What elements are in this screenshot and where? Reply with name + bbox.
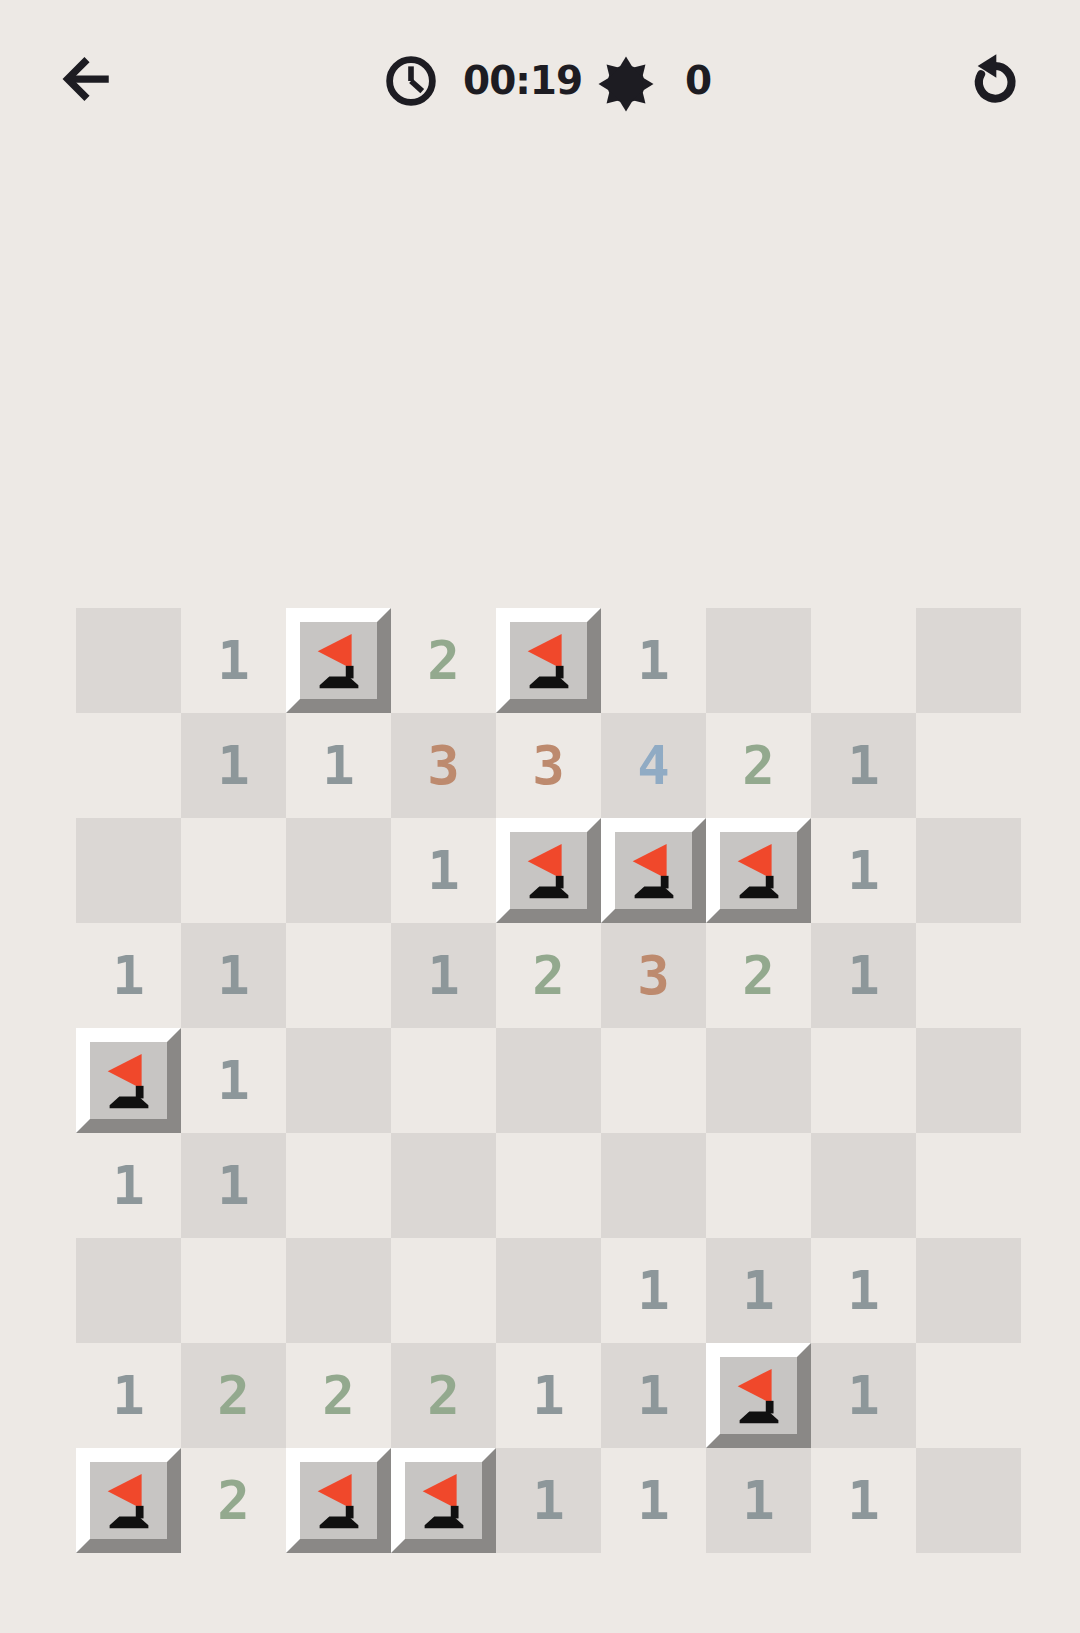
mine-count-number: 3 [532,713,565,818]
cell-r7c2-unrevealed[interactable] [181,1238,286,1343]
cell-r8c8-revealed-1[interactable]: 1 [811,1343,916,1448]
cell-r2c3-revealed-1[interactable]: 1 [286,713,391,818]
cell-r9c7-revealed-1[interactable]: 1 [706,1448,811,1553]
board: 1 2 111334211 11112321 [76,608,1021,1553]
mine-count-number: 1 [742,1238,775,1343]
mine-count-number: 1 [847,818,880,923]
cell-r8c1-revealed-1[interactable]: 1 [76,1343,181,1448]
cell-r4c2-revealed-1[interactable]: 1 [181,923,286,1028]
mine-count-number: 1 [532,1343,565,1448]
cell-r5c8-unrevealed[interactable] [811,1028,916,1133]
timer-clock-icon [384,54,438,108]
flag-icon [518,630,580,692]
cell-r9c3-flagged[interactable] [286,1448,391,1553]
cell-r1c3-flagged[interactable] [286,608,391,713]
mine-count-number: 2 [427,608,460,713]
cell-r4c5-revealed-2[interactable]: 2 [496,923,601,1028]
cell-r3c6-flagged[interactable] [601,818,706,923]
cell-r4c1-revealed-1[interactable]: 1 [76,923,181,1028]
cell-r4c7-revealed-2[interactable]: 2 [706,923,811,1028]
cell-r1c7-unrevealed[interactable] [706,608,811,713]
cell-r4c6-revealed-3[interactable]: 3 [601,923,706,1028]
cell-r1c6-revealed-1[interactable]: 1 [601,608,706,713]
mine-count-number: 1 [847,923,880,1028]
cell-r8c6-revealed-1[interactable]: 1 [601,1343,706,1448]
cell-r2c5-revealed-3[interactable]: 3 [496,713,601,818]
mine-count-number: 1 [217,713,250,818]
cell-r3c5-flagged[interactable] [496,818,601,923]
mine-count-number: 1 [217,1028,250,1133]
cell-r5c4-unrevealed[interactable] [391,1028,496,1133]
cell-r3c2-unrevealed[interactable] [181,818,286,923]
cell-r5c6-unrevealed[interactable] [601,1028,706,1133]
cell-r5c5-unrevealed[interactable] [496,1028,601,1133]
mine-count-number: 1 [637,608,670,713]
cell-r7c6-revealed-1[interactable]: 1 [601,1238,706,1343]
back-arrow-icon [58,50,116,108]
cell-r7c3-unrevealed[interactable] [286,1238,391,1343]
flag-icon [308,1470,370,1532]
cell-r7c4-unrevealed[interactable] [391,1238,496,1343]
mine-count-number: 1 [637,1238,670,1343]
mine-count-number: 1 [322,713,355,818]
mine-count-number: 2 [217,1448,250,1553]
flag-icon [728,840,790,902]
cell-r8c4-revealed-2[interactable]: 2 [391,1343,496,1448]
cell-r3c9-unrevealed[interactable] [916,818,1021,923]
flag-icon [98,1050,160,1112]
mine-count-number: 2 [532,923,565,1028]
cell-r8c3-revealed-2[interactable]: 2 [286,1343,391,1448]
cell-r8c2-revealed-2[interactable]: 2 [181,1343,286,1448]
cell-r6c9-unrevealed[interactable] [916,1133,1021,1238]
back-button[interactable] [58,50,116,108]
cell-r2c2-revealed-1[interactable]: 1 [181,713,286,818]
mine-count-number: 2 [427,1343,460,1448]
cell-r2c4-revealed-3[interactable]: 3 [391,713,496,818]
mine-count-number: 3 [637,923,670,1028]
cell-r5c3-unrevealed[interactable] [286,1028,391,1133]
cell-r3c7-flagged[interactable] [706,818,811,923]
cell-r7c7-revealed-1[interactable]: 1 [706,1238,811,1343]
restart-icon [966,48,1022,112]
cell-r9c5-revealed-1[interactable]: 1 [496,1448,601,1553]
cell-r8c9-unrevealed[interactable] [916,1343,1021,1448]
cell-r2c7-revealed-2[interactable]: 2 [706,713,811,818]
mine-count-number: 1 [217,1133,250,1238]
cell-r3c1-unrevealed[interactable] [76,818,181,923]
cell-r9c1-flagged[interactable] [76,1448,181,1553]
cell-r2c6-revealed-4[interactable]: 4 [601,713,706,818]
cell-r5c1-flagged[interactable] [76,1028,181,1133]
restart-button[interactable] [966,48,1022,112]
mine-count-number: 1 [637,1448,670,1553]
mine-count-number: 1 [847,1343,880,1448]
cell-r6c5-unrevealed[interactable] [496,1133,601,1238]
cell-r6c3-unrevealed[interactable] [286,1133,391,1238]
cell-r3c8-revealed-1[interactable]: 1 [811,818,916,923]
cell-r1c2-revealed-1[interactable]: 1 [181,608,286,713]
mine-count-number: 1 [847,1448,880,1553]
cell-r4c8-revealed-1[interactable]: 1 [811,923,916,1028]
cell-r9c6-revealed-1[interactable]: 1 [601,1448,706,1553]
cell-r1c8-unrevealed[interactable] [811,608,916,713]
mine-count-number: 1 [532,1448,565,1553]
flag-icon [308,630,370,692]
mine-count-number: 1 [847,1238,880,1343]
mine-count-number: 1 [742,1448,775,1553]
mines-remaining-value: 0 [678,56,718,106]
cell-r2c8-revealed-1[interactable]: 1 [811,713,916,818]
cell-r8c5-revealed-1[interactable]: 1 [496,1343,601,1448]
cell-r7c1-unrevealed[interactable] [76,1238,181,1343]
mine-count-number: 1 [637,1343,670,1448]
mine-count-number: 1 [217,608,250,713]
flag-icon [623,840,685,902]
mine-counter-icon [596,54,656,114]
mine-count-number: 2 [742,923,775,1028]
timer-value: 00:19 [463,56,582,106]
cell-r5c7-unrevealed[interactable] [706,1028,811,1133]
mine-count-number: 1 [217,923,250,1028]
cell-r2c1-unrevealed[interactable] [76,713,181,818]
cell-r2c9-unrevealed[interactable] [916,713,1021,818]
mine-count-number: 2 [742,713,775,818]
cell-r6c7-unrevealed[interactable] [706,1133,811,1238]
cell-r6c4-unrevealed[interactable] [391,1133,496,1238]
cell-r9c9-unrevealed[interactable] [916,1448,1021,1553]
mine-count-number: 1 [427,818,460,923]
mine-count-number: 1 [112,1133,145,1238]
cell-r9c8-revealed-1[interactable]: 1 [811,1448,916,1553]
cell-r4c3-unrevealed[interactable] [286,923,391,1028]
mine-count-number: 2 [322,1343,355,1448]
cell-r3c4-revealed-1[interactable]: 1 [391,818,496,923]
cell-r5c2-revealed-1[interactable]: 1 [181,1028,286,1133]
cell-r3c3-unrevealed[interactable] [286,818,391,923]
cell-r9c2-revealed-2[interactable]: 2 [181,1448,286,1553]
minesweeper-screen: 00:19 0 [0,0,1080,1633]
mine-count-number: 4 [637,713,670,818]
cell-r7c8-revealed-1[interactable]: 1 [811,1238,916,1343]
cell-r5c9-unrevealed[interactable] [916,1028,1021,1133]
mine-count-number: 1 [112,923,145,1028]
mine-count-number: 3 [427,713,460,818]
mine-count-number: 1 [427,923,460,1028]
cell-r6c8-unrevealed[interactable] [811,1133,916,1238]
cell-r8c7-flagged[interactable] [706,1343,811,1448]
top-bar: 00:19 0 [0,0,1080,160]
cell-r6c6-unrevealed[interactable] [601,1133,706,1238]
cell-r1c9-unrevealed[interactable] [916,608,1021,713]
cell-r1c4-revealed-2[interactable]: 2 [391,608,496,713]
flag-icon [98,1470,160,1532]
flag-icon [518,840,580,902]
flag-icon [413,1470,475,1532]
cell-r4c4-revealed-1[interactable]: 1 [391,923,496,1028]
flag-icon [728,1365,790,1427]
cell-r4c9-unrevealed[interactable] [916,923,1021,1028]
cell-r6c2-revealed-1[interactable]: 1 [181,1133,286,1238]
mine-count-number: 2 [217,1343,250,1448]
cell-r9c4-flagged[interactable] [391,1448,496,1553]
mine-count-number: 1 [112,1343,145,1448]
cell-r7c5-unrevealed[interactable] [496,1238,601,1343]
mine-count-number: 1 [847,713,880,818]
cell-r7c9-unrevealed[interactable] [916,1238,1021,1343]
cell-r1c5-flagged[interactable] [496,608,601,713]
cell-r1c1-unrevealed[interactable] [76,608,181,713]
cell-r6c1-revealed-1[interactable]: 1 [76,1133,181,1238]
